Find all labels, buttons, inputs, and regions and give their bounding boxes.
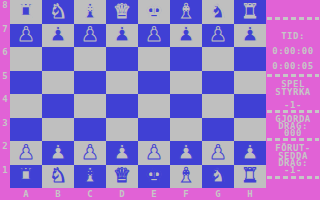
square-a3[interactable]: [10, 118, 42, 142]
black-bishop-piece[interactable]: ♝: [177, 1, 195, 21]
square-a8[interactable]: ♜: [10, 0, 42, 24]
black-rook-piece[interactable]: ♜: [17, 1, 35, 21]
dashed-divider: [267, 74, 319, 77]
square-c7[interactable]: ♟: [74, 24, 106, 48]
square-c2[interactable]: ♟: [74, 141, 106, 165]
square-g5[interactable]: [202, 71, 234, 95]
white-rook-piece[interactable]: ♜: [17, 165, 35, 185]
file-label-g: G: [202, 189, 234, 200]
file-label-a: A: [10, 189, 42, 200]
black-knight-piece[interactable]: ♞: [49, 1, 67, 21]
square-c3[interactable]: [74, 118, 106, 142]
square-d3[interactable]: [106, 118, 138, 142]
square-g4[interactable]: [202, 94, 234, 118]
strength-label-2: STYRKA: [266, 88, 320, 96]
square-a7[interactable]: ♟: [10, 24, 42, 48]
white-pawn-piece[interactable]: ♟: [113, 142, 131, 162]
square-b2[interactable]: ♟: [42, 141, 74, 165]
square-f1[interactable]: ♝: [170, 165, 202, 189]
black-pawn-piece[interactable]: ♟: [49, 24, 67, 44]
strength-value: -1-: [266, 101, 320, 109]
rank-label-6: 6: [0, 47, 10, 71]
black-knight-piece[interactable]: ♞: [209, 1, 227, 21]
chess-board: ♜♞♝♛♚♝♞♜♟♟♟♟♟♟♟♟♟♟♟♟♟♟♟♟♜♞♝♛♚♝♞♜: [10, 0, 266, 188]
square-e1[interactable]: ♚: [138, 165, 170, 189]
white-knight-piece[interactable]: ♞: [209, 165, 227, 185]
square-b3[interactable]: [42, 118, 74, 142]
white-pawn-piece[interactable]: ♟: [177, 142, 195, 162]
square-b1[interactable]: ♞: [42, 165, 74, 189]
dashed-divider: [267, 17, 319, 20]
black-pawn-piece[interactable]: ♟: [209, 24, 227, 44]
white-pawn-piece[interactable]: ♟: [209, 142, 227, 162]
black-king-piece[interactable]: ♚: [145, 1, 163, 21]
black-pawn-piece[interactable]: ♟: [81, 24, 99, 44]
square-g2[interactable]: ♟: [202, 141, 234, 165]
square-b4[interactable]: [42, 94, 74, 118]
square-d6[interactable]: [106, 47, 138, 71]
white-pawn-piece[interactable]: ♟: [17, 142, 35, 162]
white-pawn-piece[interactable]: ♟: [145, 142, 163, 162]
white-pawn-piece[interactable]: ♟: [241, 142, 259, 162]
square-f6[interactable]: [170, 47, 202, 71]
time-value-2: 0:00:05: [266, 62, 320, 70]
square-f3[interactable]: [170, 118, 202, 142]
square-b5[interactable]: [42, 71, 74, 95]
square-h2[interactable]: ♟: [234, 141, 266, 165]
square-h4[interactable]: [234, 94, 266, 118]
square-d2[interactable]: ♟: [106, 141, 138, 165]
square-e7[interactable]: ♟: [138, 24, 170, 48]
square-g7[interactable]: ♟: [202, 24, 234, 48]
square-h1[interactable]: ♜: [234, 165, 266, 189]
square-e5[interactable]: [138, 71, 170, 95]
file-label-c: C: [74, 189, 106, 200]
white-pawn-piece[interactable]: ♟: [49, 142, 67, 162]
square-f8[interactable]: ♝: [170, 0, 202, 24]
rank-label-1: 1: [0, 165, 10, 189]
square-a1[interactable]: ♜: [10, 165, 42, 189]
rank-labels: 87654321: [0, 0, 10, 188]
square-a5[interactable]: [10, 71, 42, 95]
white-bishop-piece[interactable]: ♝: [177, 165, 195, 185]
square-e3[interactable]: [138, 118, 170, 142]
square-d5[interactable]: [106, 71, 138, 95]
square-b8[interactable]: ♞: [42, 0, 74, 24]
black-rook-piece[interactable]: ♜: [241, 1, 259, 21]
rank-label-4: 4: [0, 94, 10, 118]
chess-game-screen: 87654321 ♜♞♝♛♚♝♞♜♟♟♟♟♟♟♟♟♟♟♟♟♟♟♟♟♜♞♝♛♚♝♞…: [0, 0, 320, 200]
white-bishop-piece[interactable]: ♝: [81, 165, 99, 185]
square-b7[interactable]: ♟: [42, 24, 74, 48]
square-a2[interactable]: ♟: [10, 141, 42, 165]
file-label-b: B: [42, 189, 74, 200]
file-label-d: D: [106, 189, 138, 200]
square-h7[interactable]: ♟: [234, 24, 266, 48]
square-e8[interactable]: ♚: [138, 0, 170, 24]
time-value-1: 0:00:00: [266, 47, 320, 55]
file-label-e: E: [138, 189, 170, 200]
rank-label-2: 2: [0, 141, 10, 165]
info-panel: TID: 0:00:00 0:00:05 SPEL STYRKA -1- GJO…: [266, 0, 320, 200]
square-g8[interactable]: ♞: [202, 0, 234, 24]
black-pawn-piece[interactable]: ♟: [145, 24, 163, 44]
square-e6[interactable]: [138, 47, 170, 71]
square-c1[interactable]: ♝: [74, 165, 106, 189]
white-rook-piece[interactable]: ♜: [241, 165, 259, 185]
square-a6[interactable]: [10, 47, 42, 71]
square-d7[interactable]: ♟: [106, 24, 138, 48]
rank-label-5: 5: [0, 71, 10, 95]
square-c6[interactable]: [74, 47, 106, 71]
square-c4[interactable]: [74, 94, 106, 118]
black-pawn-piece[interactable]: ♟: [113, 24, 131, 44]
square-g1[interactable]: ♞: [202, 165, 234, 189]
square-d8[interactable]: ♛: [106, 0, 138, 24]
square-h6[interactable]: [234, 47, 266, 71]
white-pawn-piece[interactable]: ♟: [81, 142, 99, 162]
square-a4[interactable]: [10, 94, 42, 118]
black-queen-piece[interactable]: ♛: [113, 1, 131, 21]
square-g6[interactable]: [202, 47, 234, 71]
square-f2[interactable]: ♟: [170, 141, 202, 165]
square-g3[interactable]: [202, 118, 234, 142]
white-queen-piece[interactable]: ♛: [113, 165, 131, 185]
lookahead-value: -1-: [266, 166, 320, 174]
black-pawn-piece[interactable]: ♟: [177, 24, 195, 44]
square-h8[interactable]: ♜: [234, 0, 266, 24]
square-h3[interactable]: [234, 118, 266, 142]
square-h5[interactable]: [234, 71, 266, 95]
square-e2[interactable]: ♟: [138, 141, 170, 165]
square-f7[interactable]: ♟: [170, 24, 202, 48]
file-label-f: F: [170, 189, 202, 200]
moves-made-value: 000: [266, 129, 320, 137]
square-c5[interactable]: [74, 71, 106, 95]
dashed-divider: [267, 110, 319, 113]
dashed-divider: [267, 176, 319, 179]
square-c8[interactable]: ♝: [74, 0, 106, 24]
black-pawn-piece[interactable]: ♟: [17, 24, 35, 44]
square-f4[interactable]: [170, 94, 202, 118]
square-d4[interactable]: [106, 94, 138, 118]
square-f5[interactable]: [170, 71, 202, 95]
time-label: TID:: [266, 32, 320, 40]
dashed-divider: [267, 138, 319, 141]
white-knight-piece[interactable]: ♞: [49, 165, 67, 185]
rank-label-8: 8: [0, 0, 10, 24]
file-label-h: H: [234, 189, 266, 200]
black-pawn-piece[interactable]: ♟: [241, 24, 259, 44]
square-e4[interactable]: [138, 94, 170, 118]
file-labels: ABCDEFGH: [10, 189, 266, 200]
square-d1[interactable]: ♛: [106, 165, 138, 189]
black-bishop-piece[interactable]: ♝: [81, 1, 99, 21]
white-king-piece[interactable]: ♚: [145, 165, 163, 185]
rank-label-7: 7: [0, 24, 10, 48]
square-b6[interactable]: [42, 47, 74, 71]
rank-label-3: 3: [0, 118, 10, 142]
